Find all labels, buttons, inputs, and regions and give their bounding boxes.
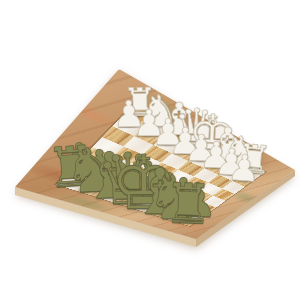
- chess-set-photo: ♜♞♝♛♚♝♞♜♟♟♟♟♟♟♟♟♟♟♟♟♟♟♟♟♜♞♝♛♚♝♞♜: [0, 0, 300, 300]
